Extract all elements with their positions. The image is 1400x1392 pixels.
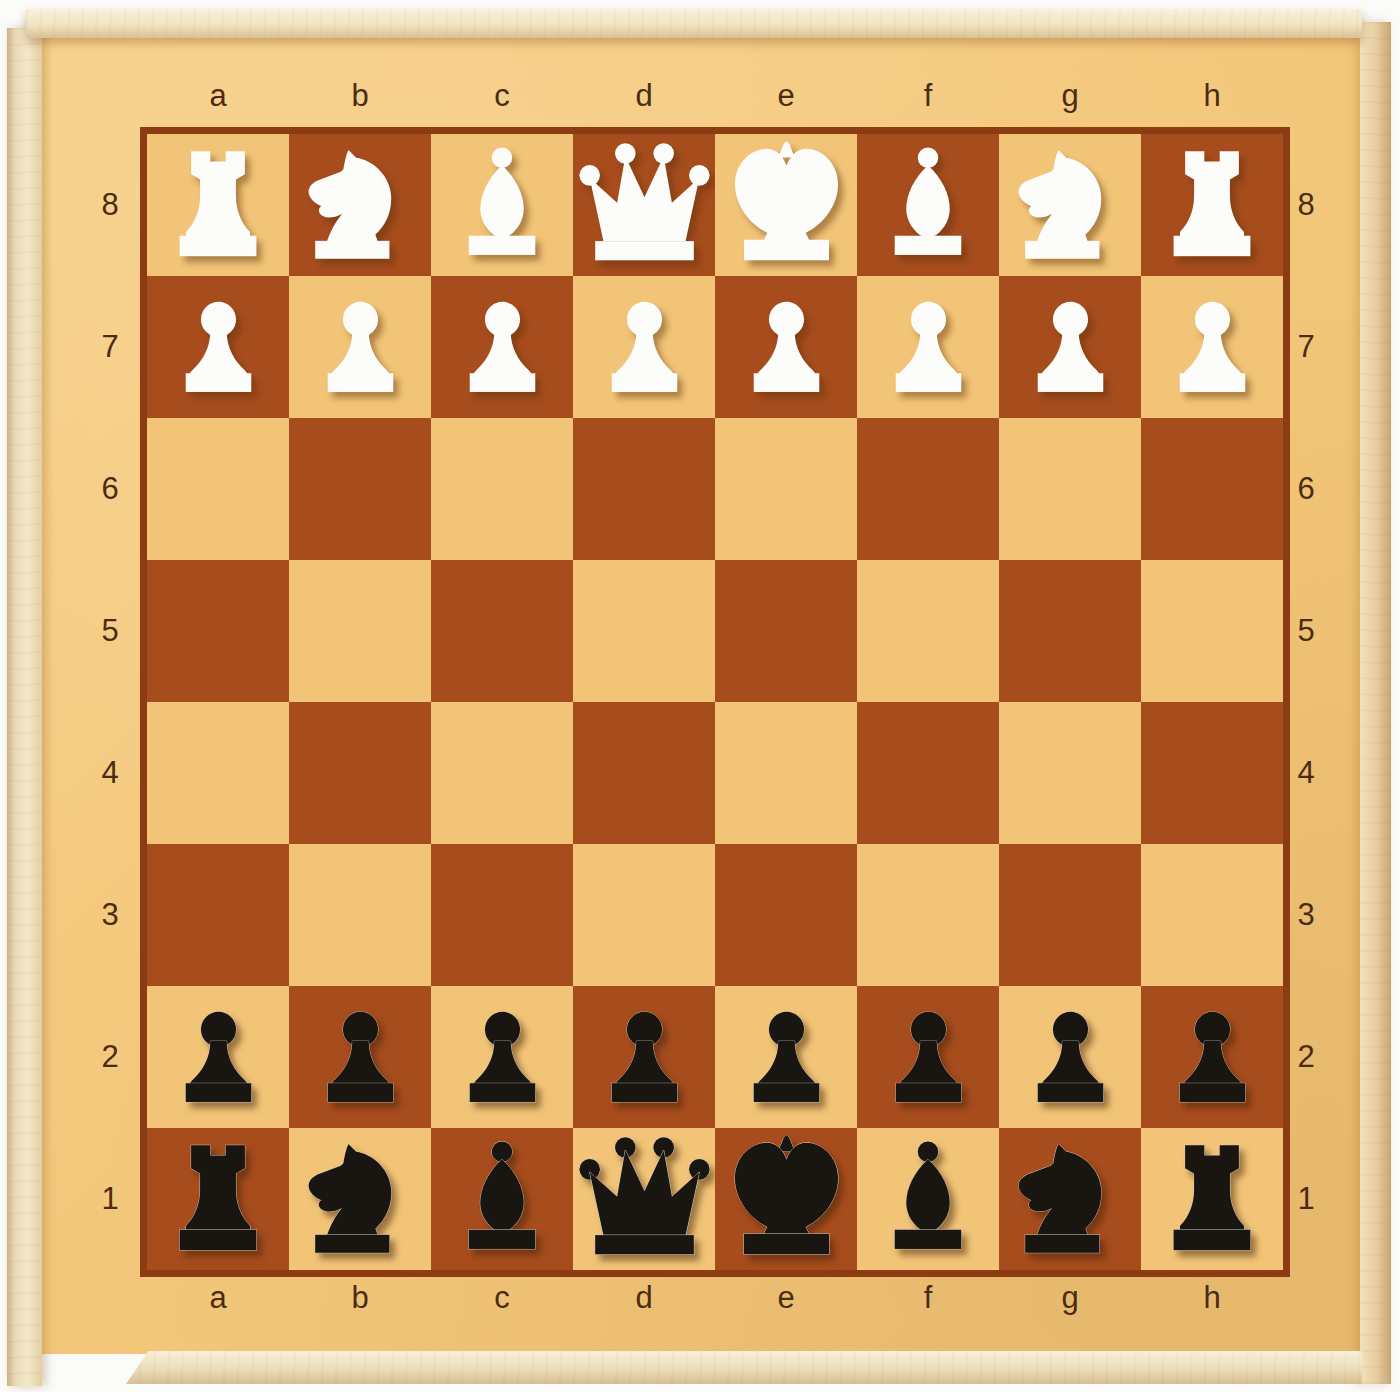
- square-a8[interactable]: [147, 134, 289, 276]
- square-h6[interactable]: [1141, 418, 1283, 560]
- square-f1[interactable]: [857, 1128, 999, 1270]
- file-label-h: h: [1141, 78, 1283, 114]
- square-d5[interactable]: [573, 560, 715, 702]
- file-label-a: a: [147, 78, 289, 114]
- square-d3[interactable]: [573, 844, 715, 986]
- rank-label-1: 1: [1288, 1128, 1324, 1270]
- square-e3[interactable]: [715, 844, 857, 986]
- square-a4[interactable]: [147, 702, 289, 844]
- piece-black-bishop-c1[interactable]: [438, 1135, 566, 1263]
- square-b1[interactable]: [289, 1128, 431, 1270]
- chess-board: [140, 127, 1290, 1277]
- square-g7[interactable]: [999, 276, 1141, 418]
- square-h1[interactable]: [1141, 1128, 1283, 1270]
- square-c2[interactable]: [431, 986, 573, 1128]
- file-label-e: e: [715, 78, 857, 114]
- file-label-g: g: [999, 1280, 1141, 1316]
- square-g6[interactable]: [999, 418, 1141, 560]
- file-label-d: d: [573, 1280, 715, 1316]
- square-b7[interactable]: [289, 276, 431, 418]
- square-e1[interactable]: [715, 1128, 857, 1270]
- rank-label-5: 5: [92, 560, 128, 702]
- piece-black-pawn-f2[interactable]: [870, 999, 987, 1116]
- square-h4[interactable]: [1141, 702, 1283, 844]
- square-e7[interactable]: [715, 276, 857, 418]
- wood-grain: [7, 28, 42, 1386]
- square-g8[interactable]: [999, 134, 1141, 276]
- square-f7[interactable]: [857, 276, 999, 418]
- rank-label-4: 4: [92, 702, 128, 844]
- square-c4[interactable]: [431, 702, 573, 844]
- piece-white-queen-d8[interactable]: [576, 137, 713, 274]
- rank-label-4: 4: [1288, 702, 1324, 844]
- rank-labels-right: 87654321: [1288, 134, 1324, 1270]
- square-b3[interactable]: [289, 844, 431, 986]
- rank-label-8: 8: [92, 134, 128, 276]
- square-f3[interactable]: [857, 844, 999, 986]
- rank-label-6: 6: [92, 418, 128, 560]
- square-h2[interactable]: [1141, 986, 1283, 1128]
- wood-grain: [1360, 22, 1391, 1384]
- square-d1[interactable]: [573, 1128, 715, 1270]
- demo-chessboard-photo: abcdefgh abcdefgh 87654321 87654321: [0, 0, 1400, 1392]
- piece-white-rook-h8[interactable]: [1148, 141, 1276, 269]
- square-f8[interactable]: [857, 134, 999, 276]
- square-c1[interactable]: [431, 1128, 573, 1270]
- file-label-b: b: [289, 78, 431, 114]
- square-a1[interactable]: [147, 1128, 289, 1270]
- rank-label-5: 5: [1288, 560, 1324, 702]
- file-labels-bottom: abcdefgh: [147, 1280, 1283, 1316]
- rank-label-2: 2: [1288, 986, 1324, 1128]
- piece-black-rook-a1[interactable]: [154, 1135, 282, 1263]
- piece-white-pawn-c7[interactable]: [444, 289, 561, 406]
- piece-white-king-e8[interactable]: [718, 137, 855, 274]
- square-a5[interactable]: [147, 560, 289, 702]
- square-f6[interactable]: [857, 418, 999, 560]
- square-e6[interactable]: [715, 418, 857, 560]
- square-d2[interactable]: [573, 986, 715, 1128]
- square-f5[interactable]: [857, 560, 999, 702]
- piece-black-pawn-b2[interactable]: [302, 999, 419, 1116]
- file-label-g: g: [999, 78, 1141, 114]
- square-g2[interactable]: [999, 986, 1141, 1128]
- wood-frame-right: [1360, 22, 1391, 1384]
- square-b6[interactable]: [289, 418, 431, 560]
- rank-label-7: 7: [92, 276, 128, 418]
- square-a7[interactable]: [147, 276, 289, 418]
- piece-white-bishop-f8[interactable]: [864, 141, 992, 269]
- piece-black-knight-g1[interactable]: [1006, 1135, 1134, 1263]
- wood-frame-bottom: [126, 1351, 1362, 1384]
- rank-label-3: 3: [92, 844, 128, 986]
- wood-frame-left: [7, 28, 42, 1386]
- rank-labels-left: 87654321: [92, 134, 128, 1270]
- piece-black-rook-h1[interactable]: [1148, 1135, 1276, 1263]
- piece-black-bishop-f1[interactable]: [864, 1135, 992, 1263]
- file-label-b: b: [289, 1280, 431, 1316]
- file-label-f: f: [857, 78, 999, 114]
- file-label-e: e: [715, 1280, 857, 1316]
- square-h3[interactable]: [1141, 844, 1283, 986]
- piece-white-pawn-h7[interactable]: [1154, 289, 1271, 406]
- piece-white-pawn-d7[interactable]: [586, 289, 703, 406]
- piece-white-pawn-b7[interactable]: [302, 289, 419, 406]
- square-b5[interactable]: [289, 560, 431, 702]
- piece-white-knight-b8[interactable]: [296, 141, 424, 269]
- piece-white-pawn-f7[interactable]: [870, 289, 987, 406]
- file-label-c: c: [431, 1280, 573, 1316]
- rank-label-6: 6: [1288, 418, 1324, 560]
- piece-black-pawn-h2[interactable]: [1154, 999, 1271, 1116]
- piece-black-queen-d1[interactable]: [576, 1131, 713, 1268]
- wood-grain: [26, 9, 1362, 38]
- file-label-d: d: [573, 78, 715, 114]
- square-d7[interactable]: [573, 276, 715, 418]
- rank-label-3: 3: [1288, 844, 1324, 986]
- piece-black-pawn-g2[interactable]: [1012, 999, 1129, 1116]
- square-f4[interactable]: [857, 702, 999, 844]
- wood-grain: [126, 1351, 1362, 1384]
- piece-black-knight-b1[interactable]: [296, 1135, 424, 1263]
- square-a6[interactable]: [147, 418, 289, 560]
- square-c5[interactable]: [431, 560, 573, 702]
- file-label-h: h: [1141, 1280, 1283, 1316]
- piece-black-pawn-d2[interactable]: [586, 999, 703, 1116]
- file-label-c: c: [431, 78, 573, 114]
- piece-white-bishop-c8[interactable]: [438, 141, 566, 269]
- piece-white-pawn-g7[interactable]: [1012, 289, 1129, 406]
- square-a3[interactable]: [147, 844, 289, 986]
- square-g5[interactable]: [999, 560, 1141, 702]
- piece-black-king-e1[interactable]: [718, 1131, 855, 1268]
- piece-black-pawn-e2[interactable]: [728, 999, 845, 1116]
- square-d4[interactable]: [573, 702, 715, 844]
- square-d8[interactable]: [573, 134, 715, 276]
- piece-white-rook-a8[interactable]: [154, 141, 282, 269]
- rank-label-2: 2: [92, 986, 128, 1128]
- square-c7[interactable]: [431, 276, 573, 418]
- square-g3[interactable]: [999, 844, 1141, 986]
- square-g4[interactable]: [999, 702, 1141, 844]
- file-label-f: f: [857, 1280, 999, 1316]
- square-h8[interactable]: [1141, 134, 1283, 276]
- piece-white-pawn-e7[interactable]: [728, 289, 845, 406]
- rank-label-7: 7: [1288, 276, 1324, 418]
- wood-frame-top: [26, 9, 1362, 38]
- square-e5[interactable]: [715, 560, 857, 702]
- square-d6[interactable]: [573, 418, 715, 560]
- square-c8[interactable]: [431, 134, 573, 276]
- square-b4[interactable]: [289, 702, 431, 844]
- piece-black-pawn-a2[interactable]: [160, 999, 277, 1116]
- rank-label-1: 1: [92, 1128, 128, 1270]
- square-g1[interactable]: [999, 1128, 1141, 1270]
- rank-label-8: 8: [1288, 134, 1324, 276]
- square-a2[interactable]: [147, 986, 289, 1128]
- square-e4[interactable]: [715, 702, 857, 844]
- square-e2[interactable]: [715, 986, 857, 1128]
- square-c6[interactable]: [431, 418, 573, 560]
- square-b8[interactable]: [289, 134, 431, 276]
- file-labels-top: abcdefgh: [147, 78, 1283, 114]
- square-h5[interactable]: [1141, 560, 1283, 702]
- square-e8[interactable]: [715, 134, 857, 276]
- square-h7[interactable]: [1141, 276, 1283, 418]
- square-b2[interactable]: [289, 986, 431, 1128]
- piece-black-pawn-c2[interactable]: [444, 999, 561, 1116]
- square-f2[interactable]: [857, 986, 999, 1128]
- piece-white-pawn-a7[interactable]: [160, 289, 277, 406]
- piece-white-knight-g8[interactable]: [1006, 141, 1134, 269]
- square-c3[interactable]: [431, 844, 573, 986]
- file-label-a: a: [147, 1280, 289, 1316]
